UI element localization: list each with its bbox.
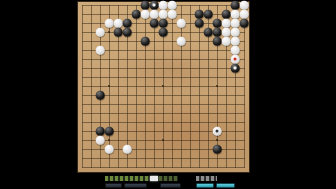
black-stone — [141, 1, 150, 10]
white-stone — [168, 1, 177, 10]
move-number-marker — [153, 4, 156, 7]
black-stone — [222, 10, 231, 19]
star-point — [162, 139, 164, 141]
black-stone — [96, 91, 105, 100]
grid-line-vertical — [172, 5, 173, 168]
white-stone — [177, 37, 186, 46]
white-stone — [231, 28, 240, 37]
button-left-1[interactable] — [105, 183, 122, 188]
black-stone — [141, 37, 150, 46]
black-stone — [123, 19, 132, 28]
current-move-indicator[interactable] — [150, 176, 158, 181]
grid-line-horizontal — [82, 95, 245, 96]
move-strip-segment[interactable] — [105, 176, 149, 181]
star-point — [108, 31, 110, 33]
grid-line-horizontal — [82, 158, 245, 159]
button-center[interactable] — [160, 183, 181, 188]
white-stone — [96, 46, 105, 55]
black-stone — [150, 19, 159, 28]
white-stone — [96, 28, 105, 37]
black-stone — [213, 145, 222, 154]
star-point — [162, 85, 164, 87]
black-stone — [213, 19, 222, 28]
black-stone — [105, 127, 114, 136]
white-stone — [177, 19, 186, 28]
white-stone — [123, 145, 132, 154]
black-stone — [240, 19, 249, 28]
board-grid — [82, 5, 245, 168]
black-stone — [132, 10, 141, 19]
black-stone — [213, 28, 222, 37]
grid-line-vertical — [190, 5, 191, 168]
white-stone — [222, 19, 231, 28]
white-stone — [222, 37, 231, 46]
button-teal-2[interactable] — [216, 183, 235, 188]
black-stone — [96, 127, 105, 136]
button-teal-1[interactable] — [196, 183, 214, 188]
black-stone — [213, 37, 222, 46]
white-stone — [168, 10, 177, 19]
white-stone — [240, 1, 249, 10]
star-point — [108, 85, 110, 87]
white-stone — [141, 10, 150, 19]
go-board[interactable] — [77, 1, 250, 173]
white-stone — [231, 37, 240, 46]
black-stone — [195, 10, 204, 19]
grid-line-horizontal — [82, 167, 245, 168]
white-stone — [105, 19, 114, 28]
white-stone — [150, 10, 159, 19]
grid-line-horizontal — [82, 113, 245, 114]
grid-line-horizontal — [82, 104, 245, 105]
white-stone — [96, 136, 105, 145]
move-strip-segment[interactable] — [196, 176, 217, 181]
app-background — [0, 0, 336, 189]
black-stone — [114, 28, 123, 37]
grid-line-horizontal — [82, 122, 245, 123]
star-point — [216, 85, 218, 87]
star-point — [216, 139, 218, 141]
grid-line-vertical — [244, 5, 245, 168]
white-stone — [159, 1, 168, 10]
button-left-2[interactable] — [124, 183, 147, 188]
white-stone — [240, 10, 249, 19]
white-stone — [159, 10, 168, 19]
move-navigation-strip[interactable] — [105, 176, 220, 181]
black-stone — [231, 1, 240, 10]
white-stone — [231, 46, 240, 55]
white-stone — [222, 28, 231, 37]
last-move-marker — [234, 58, 237, 61]
white-stone — [114, 19, 123, 28]
white-stone — [231, 19, 240, 28]
black-stone — [204, 10, 213, 19]
black-stone — [159, 19, 168, 28]
white-stone — [105, 145, 114, 154]
grid-line-vertical — [199, 5, 200, 168]
star-point — [108, 139, 110, 141]
black-stone — [159, 28, 168, 37]
black-stone — [204, 28, 213, 37]
move-number-marker — [234, 67, 237, 70]
grid-line-vertical — [181, 5, 182, 168]
white-stone — [231, 10, 240, 19]
move-number-marker — [216, 130, 219, 133]
black-stone — [123, 28, 132, 37]
black-stone — [195, 19, 204, 28]
move-strip-segment[interactable] — [159, 176, 178, 181]
